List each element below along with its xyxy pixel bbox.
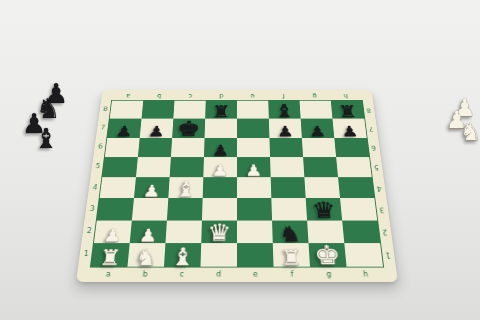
rank-label-right-6: 6: [371, 144, 376, 150]
square-c4[interactable]: ♝: [168, 177, 203, 198]
square-e3[interactable]: [237, 198, 272, 220]
square-f6[interactable]: [269, 138, 303, 157]
white-rook[interactable]: ♜: [280, 247, 302, 268]
square-b4[interactable]: ♟: [134, 177, 170, 198]
square-g1[interactable]: ♚: [309, 243, 347, 267]
square-a8[interactable]: [110, 101, 144, 119]
file-label-top-g: g: [299, 93, 330, 98]
square-h4[interactable]: [338, 177, 374, 198]
rank-label-left-2: 2: [86, 228, 92, 235]
file-label-bottom-g: g: [310, 271, 347, 278]
square-e5[interactable]: ♟: [237, 157, 271, 177]
square-f3[interactable]: [271, 198, 307, 220]
square-d4[interactable]: [203, 177, 237, 198]
square-d3[interactable]: [202, 198, 237, 220]
square-e7[interactable]: [237, 119, 269, 138]
white-bishop[interactable]: ♝: [170, 245, 195, 269]
captured-black-tray: ♟♞♟♝: [22, 84, 68, 144]
rank-label-left-8: 8: [103, 107, 108, 112]
square-d8[interactable]: ♜: [205, 101, 237, 119]
square-h6[interactable]: [334, 138, 369, 157]
file-label-top-c: c: [175, 93, 206, 98]
file-label-top-e: e: [237, 93, 268, 98]
file-label-bottom-f: f: [274, 271, 311, 278]
square-h5[interactable]: [336, 157, 372, 177]
square-b8[interactable]: [142, 101, 175, 119]
rank-label-left-3: 3: [89, 206, 95, 212]
square-c2[interactable]: [165, 220, 201, 243]
file-labels-top: abcdefgh: [112, 90, 362, 101]
square-a5[interactable]: [102, 157, 138, 177]
square-b5[interactable]: [136, 157, 171, 177]
square-g8[interactable]: [300, 101, 333, 119]
square-b1[interactable]: ♞: [127, 243, 165, 267]
square-f5[interactable]: [270, 157, 304, 177]
black-rook[interactable]: ♜: [212, 104, 231, 120]
square-f8[interactable]: ♝: [268, 101, 300, 119]
square-a1[interactable]: ♜: [91, 243, 130, 267]
square-b3[interactable]: [132, 198, 168, 220]
square-c7[interactable]: ♚: [172, 119, 205, 138]
square-a4[interactable]: [100, 177, 136, 198]
square-c3[interactable]: [167, 198, 203, 220]
square-h2[interactable]: [342, 220, 380, 243]
table-surface: abcdefgh 87654321 ♜♝♜♟♟♚♟♟♟♟♟♟♟♝♛♟♟♛♞♜♞♝…: [0, 0, 480, 320]
file-label-bottom-h: h: [347, 271, 385, 278]
rank-label-right-7: 7: [369, 125, 374, 131]
square-f2[interactable]: ♞: [272, 220, 308, 243]
file-label-top-b: b: [144, 93, 175, 98]
square-e8[interactable]: [237, 101, 269, 119]
rank-label-left-6: 6: [98, 144, 103, 150]
board-mat: abcdefgh 87654321 ♜♝♜♟♟♚♟♟♟♟♟♟♟♝♛♟♟♛♞♜♞♝…: [76, 90, 398, 282]
square-d6[interactable]: ♟: [204, 138, 237, 157]
square-d1[interactable]: [200, 243, 237, 267]
square-g4[interactable]: [304, 177, 340, 198]
captured-white-knight: ♞: [460, 120, 480, 144]
black-queen[interactable]: ♛: [311, 199, 336, 222]
square-h1[interactable]: [344, 243, 383, 267]
square-e1[interactable]: [237, 243, 274, 267]
rank-label-right-3: 3: [379, 206, 385, 212]
file-label-bottom-d: d: [200, 271, 237, 278]
square-h8[interactable]: ♜: [331, 101, 365, 119]
rank-label-left-5: 5: [95, 164, 100, 170]
black-rook[interactable]: ♜: [338, 104, 358, 120]
file-label-bottom-c: c: [163, 271, 200, 278]
captured-white-tray: ♟♟♞: [438, 100, 480, 136]
black-king[interactable]: ♚: [176, 118, 200, 139]
square-f1[interactable]: ♜: [273, 243, 310, 267]
square-a2[interactable]: ♟: [94, 220, 132, 243]
square-e6[interactable]: [237, 138, 270, 157]
square-h3[interactable]: [340, 198, 377, 220]
file-label-bottom-a: a: [90, 271, 128, 278]
square-b7[interactable]: ♟: [140, 119, 174, 138]
rank-label-right-4: 4: [376, 185, 381, 191]
white-king[interactable]: ♚: [313, 242, 341, 268]
white-bishop[interactable]: ♝: [174, 179, 197, 200]
file-label-top-h: h: [330, 93, 362, 98]
square-g7[interactable]: ♟: [301, 119, 335, 138]
rank-label-right-1: 1: [385, 251, 391, 258]
rank-label-left-4: 4: [92, 185, 97, 191]
square-e4[interactable]: [237, 177, 271, 198]
square-d7[interactable]: [205, 119, 237, 138]
square-d5[interactable]: ♟: [203, 157, 237, 177]
square-e2[interactable]: [237, 220, 273, 243]
file-label-bottom-e: e: [237, 271, 274, 278]
rank-label-right-8: 8: [366, 107, 371, 112]
board-scene: abcdefgh 87654321 ♜♝♜♟♟♚♟♟♟♟♟♟♟♝♛♟♟♛♞♜♞♝…: [76, 30, 398, 282]
square-c1[interactable]: ♝: [164, 243, 201, 267]
file-label-bottom-b: b: [126, 271, 163, 278]
square-c5[interactable]: [170, 157, 204, 177]
square-f4[interactable]: [271, 177, 306, 198]
square-d2[interactable]: ♛: [201, 220, 237, 243]
square-g3[interactable]: ♛: [306, 198, 342, 220]
square-a3[interactable]: [97, 198, 134, 220]
square-b2[interactable]: ♟: [130, 220, 167, 243]
square-g5[interactable]: [303, 157, 338, 177]
white-rook[interactable]: ♜: [98, 247, 121, 268]
chess-board[interactable]: ♜♝♜♟♟♚♟♟♟♟♟♟♟♝♛♟♟♛♞♜♞♝♜♚: [91, 101, 383, 267]
white-queen[interactable]: ♛: [207, 221, 231, 244]
rank-label-left-7: 7: [100, 125, 105, 131]
rank-label-left-1: 1: [83, 251, 89, 258]
file-label-top-d: d: [206, 93, 237, 98]
black-bishop[interactable]: ♝: [274, 102, 296, 120]
rank-label-right-2: 2: [382, 228, 388, 235]
white-knight[interactable]: ♞: [134, 247, 158, 269]
file-label-top-a: a: [112, 93, 144, 98]
captured-black-bishop: ♝: [34, 125, 68, 152]
square-h7[interactable]: ♟: [332, 119, 366, 138]
square-a6[interactable]: [105, 138, 140, 157]
square-f7[interactable]: ♟: [269, 119, 302, 138]
file-label-top-f: f: [268, 93, 299, 98]
square-a7[interactable]: ♟: [107, 119, 141, 138]
square-g6[interactable]: [302, 138, 336, 157]
square-b6[interactable]: [138, 138, 172, 157]
rank-label-right-5: 5: [374, 164, 379, 170]
black-knight[interactable]: ♞: [279, 224, 302, 245]
square-c6[interactable]: [171, 138, 205, 157]
